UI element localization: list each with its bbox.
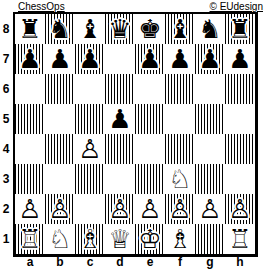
square-g8[interactable]: ♞ (195, 14, 225, 44)
square-d5[interactable]: ♟ (105, 104, 135, 134)
square-c7[interactable]: ♟ (75, 44, 105, 74)
square-e3[interactable] (135, 164, 165, 194)
square-b4[interactable] (45, 134, 75, 164)
square-h2[interactable]: ♙ (225, 194, 255, 224)
square-e8[interactable]: ♚ (135, 14, 165, 44)
square-d1[interactable]: ♕ (105, 224, 135, 254)
white-rook-icon: ♖ (18, 224, 41, 254)
black-pawn-icon: ♟ (108, 104, 131, 134)
square-e4[interactable] (135, 134, 165, 164)
square-f4[interactable] (165, 134, 195, 164)
file-labels: abcdefgh (15, 256, 255, 269)
square-b8[interactable]: ♞ (45, 14, 75, 44)
square-e5[interactable] (135, 104, 165, 134)
square-g5[interactable] (195, 104, 225, 134)
black-pawn-icon: ♟ (138, 44, 161, 74)
rank-label-5: 5 (0, 104, 12, 134)
square-h6[interactable] (225, 74, 255, 104)
square-c6[interactable] (75, 74, 105, 104)
rank-label-7: 7 (0, 44, 12, 74)
square-h5[interactable] (225, 104, 255, 134)
white-pawn-icon: ♙ (18, 194, 41, 224)
black-knight-icon: ♞ (48, 14, 71, 44)
square-e2[interactable]: ♙ (135, 194, 165, 224)
square-h3[interactable] (225, 164, 255, 194)
square-h8[interactable]: ♜ (225, 14, 255, 44)
square-e6[interactable] (135, 74, 165, 104)
black-pawn-icon: ♟ (48, 44, 71, 74)
white-pawn-icon: ♙ (228, 194, 251, 224)
square-h1[interactable]: ♖ (225, 224, 255, 254)
white-knight-icon: ♘ (168, 164, 191, 194)
square-e7[interactable]: ♟ (135, 44, 165, 74)
square-b1[interactable]: ♘ (45, 224, 75, 254)
app-title-link[interactable]: ChessOps (18, 1, 65, 12)
rank-label-1: 1 (0, 224, 12, 254)
file-label-h: h (225, 256, 255, 269)
square-g4[interactable] (195, 134, 225, 164)
square-f5[interactable] (165, 104, 195, 134)
square-b6[interactable] (45, 74, 75, 104)
white-pawn-icon: ♙ (78, 134, 101, 164)
black-king-icon: ♚ (138, 14, 161, 44)
black-pawn-icon: ♟ (228, 44, 251, 74)
rank-label-6: 6 (0, 74, 12, 104)
file-label-b: b (45, 256, 75, 269)
square-a4[interactable] (15, 134, 45, 164)
square-c2[interactable] (75, 194, 105, 224)
rank-label-4: 4 (0, 134, 12, 164)
square-g6[interactable] (195, 74, 225, 104)
square-g3[interactable] (195, 164, 225, 194)
white-queen-icon: ♕ (108, 224, 131, 254)
black-queen-icon: ♛ (108, 14, 131, 44)
black-pawn-icon: ♟ (78, 44, 101, 74)
rank-labels: 87654321 (0, 14, 12, 254)
square-d3[interactable] (105, 164, 135, 194)
square-a8[interactable]: ♜ (15, 14, 45, 44)
square-f3[interactable]: ♘ (165, 164, 195, 194)
white-rook-icon: ♖ (228, 224, 251, 254)
square-a6[interactable] (15, 74, 45, 104)
square-f8[interactable]: ♝ (165, 14, 195, 44)
black-bishop-icon: ♝ (78, 14, 101, 44)
square-a1[interactable]: ♖ (15, 224, 45, 254)
black-rook-icon: ♜ (18, 14, 41, 44)
white-knight-icon: ♘ (48, 224, 71, 254)
square-g7[interactable]: ♟ (195, 44, 225, 74)
square-c1[interactable]: ♗ (75, 224, 105, 254)
square-f6[interactable] (165, 74, 195, 104)
square-a2[interactable]: ♙ (15, 194, 45, 224)
black-pawn-icon: ♟ (168, 44, 191, 74)
square-a7[interactable]: ♟ (15, 44, 45, 74)
square-d2[interactable]: ♙ (105, 194, 135, 224)
white-pawn-icon: ♙ (108, 194, 131, 224)
square-d4[interactable] (105, 134, 135, 164)
square-d7[interactable] (105, 44, 135, 74)
square-b2[interactable]: ♙ (45, 194, 75, 224)
white-bishop-icon: ♗ (78, 224, 101, 254)
square-e1[interactable]: ♔ (135, 224, 165, 254)
square-d6[interactable] (105, 74, 135, 104)
white-pawn-icon: ♙ (168, 194, 191, 224)
white-bishop-icon: ♗ (168, 224, 191, 254)
black-bishop-icon: ♝ (168, 14, 191, 44)
file-label-e: e (135, 256, 165, 269)
square-f1[interactable]: ♗ (165, 224, 195, 254)
file-label-a: a (15, 256, 45, 269)
square-f7[interactable]: ♟ (165, 44, 195, 74)
square-g1[interactable] (195, 224, 225, 254)
rank-label-8: 8 (0, 14, 12, 44)
square-a5[interactable] (15, 104, 45, 134)
square-c4[interactable]: ♙ (75, 134, 105, 164)
rank-label-3: 3 (0, 164, 12, 194)
black-rook-icon: ♜ (228, 14, 251, 44)
file-label-g: g (195, 256, 225, 269)
white-king-icon: ♔ (138, 224, 161, 254)
square-b3[interactable] (45, 164, 75, 194)
white-pawn-icon: ♙ (198, 194, 221, 224)
file-label-c: c (75, 256, 105, 269)
credit-link[interactable]: © EUdesign (209, 1, 263, 12)
square-a3[interactable] (15, 164, 45, 194)
rank-label-2: 2 (0, 194, 12, 224)
square-b5[interactable] (45, 104, 75, 134)
square-c8[interactable]: ♝ (75, 14, 105, 44)
file-label-d: d (105, 256, 135, 269)
file-label-f: f (165, 256, 195, 269)
square-d8[interactable]: ♛ (105, 14, 135, 44)
square-c5[interactable] (75, 104, 105, 134)
black-pawn-icon: ♟ (18, 44, 41, 74)
black-pawn-icon: ♟ (198, 44, 221, 74)
square-g2[interactable]: ♙ (195, 194, 225, 224)
white-pawn-icon: ♙ (48, 194, 71, 224)
chess-board[interactable]: ♜♞♝♛♚♝♞♜♟♟♟♟♟♟♟♟♙♘♙♙♙♙♙♙♙♖♘♗♕♔♗♖ (13, 12, 258, 257)
square-h7[interactable]: ♟ (225, 44, 255, 74)
black-knight-icon: ♞ (198, 14, 221, 44)
square-c3[interactable] (75, 164, 105, 194)
chessops-page: ChessOps © EUdesign 87654321 ♜♞♝♛♚♝♞♜♟♟♟… (0, 0, 270, 270)
square-f2[interactable]: ♙ (165, 194, 195, 224)
square-b7[interactable]: ♟ (45, 44, 75, 74)
white-pawn-icon: ♙ (138, 194, 161, 224)
square-h4[interactable] (225, 134, 255, 164)
